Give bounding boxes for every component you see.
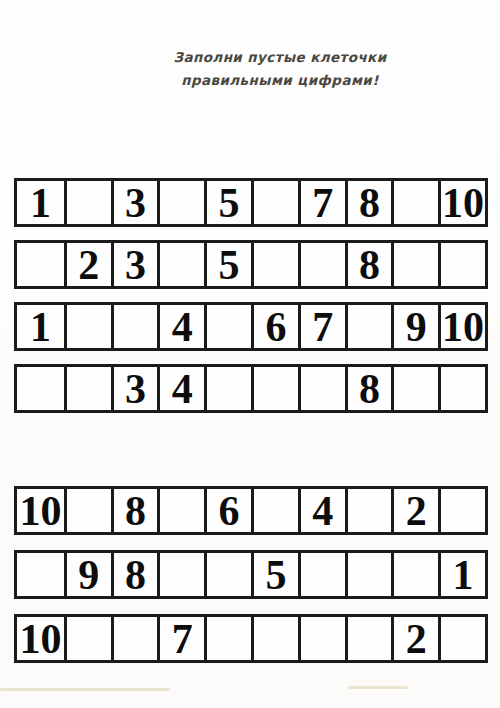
number-cell-r2c3: 7	[157, 617, 204, 660]
number-cell-r0c0: 1	[17, 181, 64, 224]
empty-cell-r1c0[interactable]	[17, 243, 64, 286]
number-cell-r0c0: 10	[17, 489, 64, 532]
number-cell-r0c4: 5	[204, 181, 251, 224]
empty-cell-r0c8[interactable]	[391, 181, 438, 224]
empty-cell-r1c7[interactable]	[345, 553, 392, 596]
number-cell-r3c7: 8	[345, 367, 392, 410]
number-cell-r2c8: 2	[391, 617, 438, 660]
number-cell-r3c3: 4	[157, 367, 204, 410]
empty-cell-r0c9[interactable]	[438, 489, 485, 532]
empty-cell-r1c3[interactable]	[157, 243, 204, 286]
number-cell-r0c8: 2	[391, 489, 438, 532]
empty-cell-r0c7[interactable]	[345, 489, 392, 532]
scan-edge-line	[0, 688, 170, 691]
number-cell-r2c5: 6	[251, 305, 298, 348]
number-cell-r0c7: 8	[345, 181, 392, 224]
empty-cell-r2c1[interactable]	[64, 305, 111, 348]
empty-cell-r0c5[interactable]	[251, 489, 298, 532]
empty-cell-r2c7[interactable]	[345, 305, 392, 348]
number-cell-r0c6: 7	[298, 181, 345, 224]
number-cell-r2c0: 1	[17, 305, 64, 348]
empty-cell-r1c6[interactable]	[298, 243, 345, 286]
empty-cell-r1c6[interactable]	[298, 553, 345, 596]
number-cell-r0c9: 10	[438, 181, 485, 224]
number-cell-r1c4: 5	[204, 243, 251, 286]
empty-cell-r1c0[interactable]	[17, 553, 64, 596]
empty-cell-r2c6[interactable]	[298, 617, 345, 660]
section-counting-down: 10864298511072	[14, 486, 488, 678]
empty-cell-r3c8[interactable]	[391, 367, 438, 410]
empty-cell-r1c8[interactable]	[391, 243, 438, 286]
number-cell-r1c5: 5	[251, 553, 298, 596]
sequence-row-counting-up-1-to-10-1: 1357810	[14, 178, 488, 227]
empty-cell-r3c1[interactable]	[64, 367, 111, 410]
number-cell-r0c6: 4	[298, 489, 345, 532]
empty-cell-r0c1[interactable]	[64, 489, 111, 532]
empty-cell-r3c5[interactable]	[251, 367, 298, 410]
title-line-2: правильными цифрами!	[130, 69, 430, 92]
number-cell-r0c4: 6	[204, 489, 251, 532]
worksheet-title: Заполни пустые клеточки правильными цифр…	[130, 46, 430, 92]
empty-cell-r2c4[interactable]	[204, 305, 251, 348]
empty-cell-r0c1[interactable]	[64, 181, 111, 224]
empty-cell-r1c8[interactable]	[391, 553, 438, 596]
empty-cell-r3c4[interactable]	[204, 367, 251, 410]
empty-cell-r3c0[interactable]	[17, 367, 64, 410]
number-cell-r2c9: 10	[438, 305, 485, 348]
number-cell-r1c1: 2	[64, 243, 111, 286]
empty-cell-r2c2[interactable]	[111, 305, 158, 348]
empty-cell-r1c4[interactable]	[204, 553, 251, 596]
empty-cell-r2c9[interactable]	[438, 617, 485, 660]
number-cell-r2c8: 9	[391, 305, 438, 348]
empty-cell-r1c5[interactable]	[251, 243, 298, 286]
scan-edge-line	[348, 686, 408, 689]
empty-cell-r2c1[interactable]	[64, 617, 111, 660]
number-cell-r2c0: 10	[17, 617, 64, 660]
number-cell-r1c7: 8	[345, 243, 392, 286]
empty-cell-r3c9[interactable]	[438, 367, 485, 410]
sequence-row-counting-up-1-to-10-2: 2358	[14, 240, 488, 289]
empty-cell-r2c4[interactable]	[204, 617, 251, 660]
number-cell-r1c9: 1	[438, 553, 485, 596]
worksheet-page: Заполни пустые клеточки правильными цифр…	[0, 0, 500, 708]
empty-cell-r2c2[interactable]	[111, 617, 158, 660]
number-cell-r0c2: 8	[111, 489, 158, 532]
empty-cell-r1c3[interactable]	[157, 553, 204, 596]
empty-cell-r0c3[interactable]	[157, 489, 204, 532]
number-cell-r1c2: 3	[111, 243, 158, 286]
number-cell-r1c1: 9	[64, 553, 111, 596]
sequence-row-counting-down-10-to-1-1: 108642	[14, 486, 488, 535]
sequence-row-counting-up-1-to-10-4: 348	[14, 364, 488, 413]
number-cell-r2c3: 4	[157, 305, 204, 348]
sequence-row-counting-up-1-to-10-3: 1467910	[14, 302, 488, 351]
sequence-row-counting-down-10-to-1-3: 1072	[14, 614, 488, 663]
section-counting-up: 135781023581467910348	[14, 178, 488, 426]
number-cell-r1c2: 8	[111, 553, 158, 596]
number-cell-r3c2: 3	[111, 367, 158, 410]
number-cell-r0c2: 3	[111, 181, 158, 224]
empty-cell-r0c3[interactable]	[157, 181, 204, 224]
empty-cell-r0c5[interactable]	[251, 181, 298, 224]
empty-cell-r1c9[interactable]	[438, 243, 485, 286]
empty-cell-r2c7[interactable]	[345, 617, 392, 660]
empty-cell-r3c6[interactable]	[298, 367, 345, 410]
empty-cell-r2c5[interactable]	[251, 617, 298, 660]
title-line-1: Заполни пустые клеточки	[130, 46, 430, 69]
sequence-row-counting-down-10-to-1-2: 9851	[14, 550, 488, 599]
number-cell-r2c6: 7	[298, 305, 345, 348]
